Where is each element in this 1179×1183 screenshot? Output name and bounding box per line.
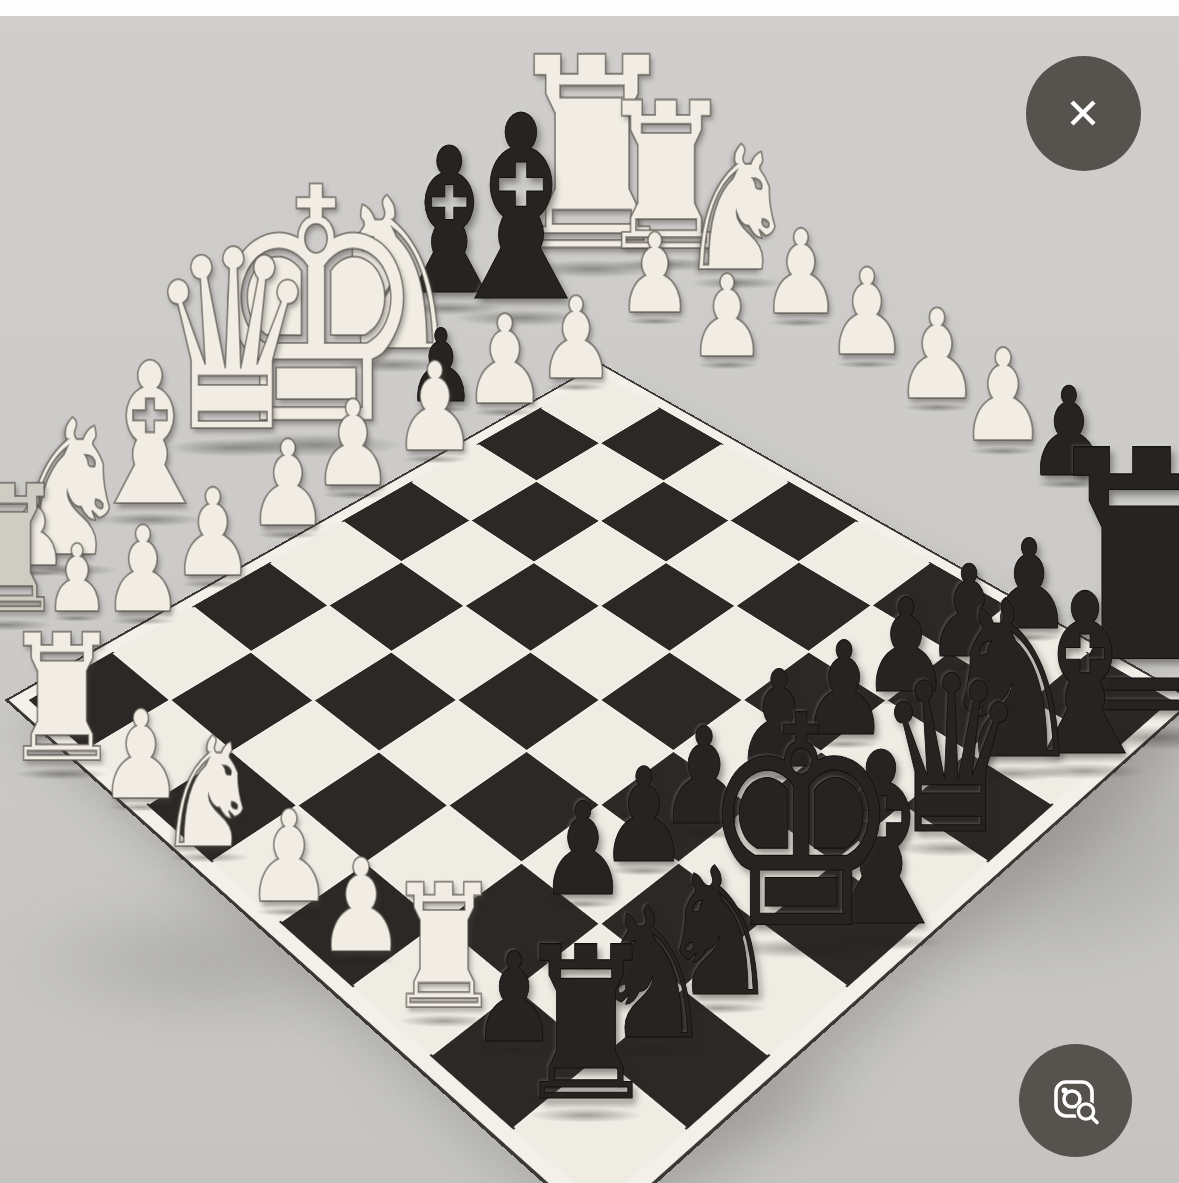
white-pawn-piece: ♟	[0, 481, 68, 581]
white-knight-piece: ♞	[319, 171, 465, 381]
chess-photo: ♜♞♝♟♟♟♟♛♚♞♟♟♟♟♟♜♜♞♟♟♟♟♟♟♜♟♞♟♟♜♝♝♟♟♜♟♟♟♟♟…	[0, 0, 1179, 1183]
close-button[interactable]	[1026, 56, 1141, 171]
chess-board	[9, 364, 1179, 1183]
white-king-piece: ♚	[204, 146, 428, 469]
white-pawn-piece: ♟	[45, 533, 110, 626]
white-pawn-piece: ♟	[688, 260, 767, 373]
white-queen-piece: ♛	[147, 217, 320, 466]
white-pawn-piece: ♟	[617, 219, 693, 329]
white-rook-piece: ♜	[0, 462, 67, 638]
close-icon	[1059, 89, 1107, 137]
black-bishop-piece: ♝	[379, 122, 519, 323]
white-pawn-piece: ♟	[959, 333, 1047, 460]
black-pawn-piece: ♟	[406, 316, 476, 417]
white-knight-piece: ♞	[677, 124, 796, 296]
white-rook-piece: ♜	[595, 77, 736, 281]
white-rook-piece: ♜	[500, 24, 684, 289]
white-knight-piece: ♞	[3, 396, 133, 584]
top-edge-white-strip	[0, 0, 1179, 16]
image-viewer: ♜♞♝♟♟♟♟♛♚♞♟♟♟♟♟♜♜♞♟♟♟♟♟♟♜♟♞♟♟♜♝♝♟♟♜♟♟♟♟♟…	[0, 0, 1179, 1183]
white-pawn-piece: ♟	[825, 254, 908, 374]
black-bishop-piece: ♝	[433, 83, 609, 337]
white-bishop-piece: ♝	[82, 338, 218, 534]
black-pawn-piece: ♟	[1026, 371, 1111, 494]
white-pawn-piece: ♟	[761, 214, 842, 331]
camera-search-icon	[1044, 1069, 1106, 1131]
white-pawn-piece: ♟	[312, 385, 394, 504]
white-pawn-piece: ♟	[894, 293, 980, 417]
lens-search-button[interactable]	[1019, 1044, 1132, 1157]
